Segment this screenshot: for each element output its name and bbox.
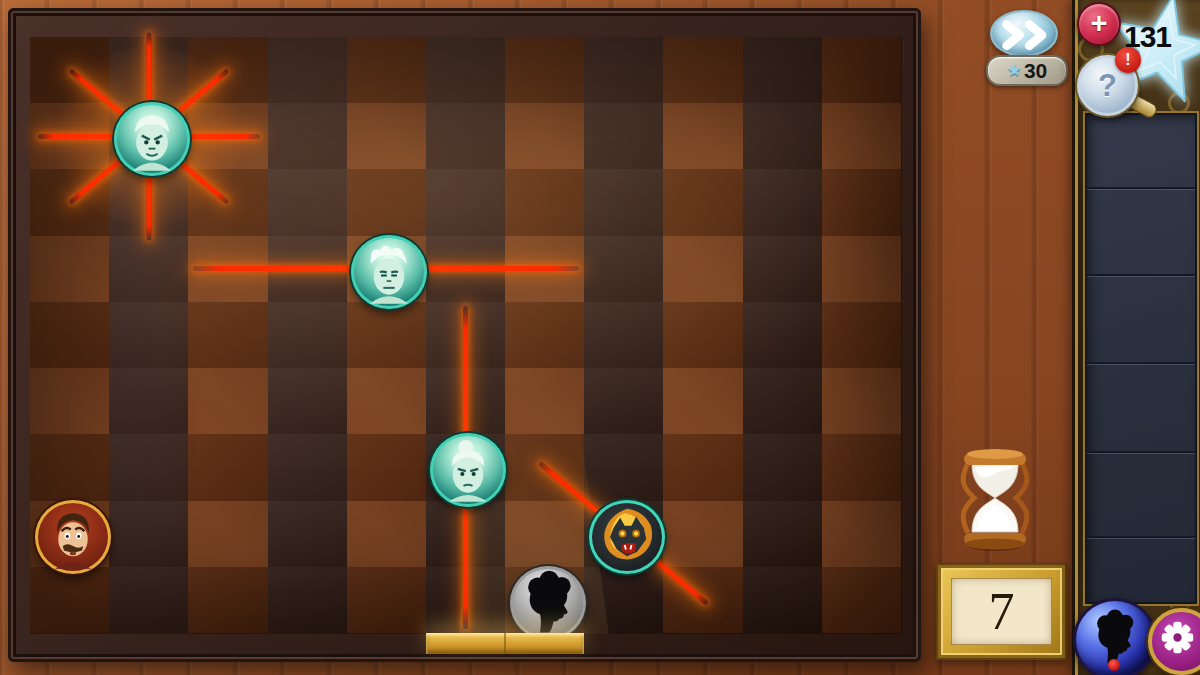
board-cell[interactable] (30, 169, 109, 235)
board-cell[interactable] (743, 501, 822, 567)
board-cell[interactable] (188, 501, 267, 567)
skip-counter-pill: ★ 30 (986, 55, 1068, 86)
board-cell[interactable] (426, 169, 505, 235)
board-cell[interactable] (268, 567, 347, 633)
hourglass-icon (956, 447, 1034, 551)
board-cell[interactable] (268, 368, 347, 434)
board-cell[interactable] (109, 236, 188, 302)
board-cell[interactable] (109, 37, 188, 103)
board-cell[interactable] (188, 434, 267, 500)
question-mark: ? (1098, 68, 1117, 104)
board-cell[interactable] (743, 368, 822, 434)
piece-ghost-man-allseeing (114, 102, 190, 176)
skip-count: 30 (1024, 60, 1047, 81)
board-cell[interactable] (584, 103, 663, 169)
character-button[interactable] (1073, 598, 1157, 675)
board-cell[interactable] (822, 169, 901, 235)
board-cell[interactable] (505, 368, 584, 434)
board-cell[interactable] (505, 169, 584, 235)
board-cell[interactable] (30, 434, 109, 500)
board-cell[interactable] (188, 103, 267, 169)
board-cell[interactable] (109, 302, 188, 368)
board-cell[interactable] (347, 501, 426, 567)
move-counter-frame: 7 (936, 563, 1067, 660)
piece-ghost-woman-vertical (430, 433, 506, 507)
board-cell[interactable] (584, 368, 663, 434)
board-cell[interactable] (505, 302, 584, 368)
board-cell[interactable] (822, 368, 901, 434)
inventory-panel (1085, 113, 1197, 604)
board-cell[interactable] (663, 103, 742, 169)
board-cell[interactable] (822, 236, 901, 302)
plus-icon: + (1091, 9, 1108, 38)
game-screen: ★ 30 7 (0, 0, 1200, 675)
piece-frightened-man (35, 500, 111, 574)
gear-icon (1159, 619, 1196, 656)
board-cell[interactable] (663, 169, 742, 235)
piece-player-silhouette[interactable] (510, 566, 586, 640)
board-cell[interactable] (30, 368, 109, 434)
board-cell[interactable] (743, 103, 822, 169)
board-cell[interactable] (426, 501, 505, 567)
board-cell[interactable] (663, 302, 742, 368)
board-cell[interactable] (426, 103, 505, 169)
piece-ghost-man-horizontal (351, 235, 427, 309)
board-cell[interactable] (268, 302, 347, 368)
board-cell[interactable] (584, 567, 663, 633)
board-cell[interactable] (505, 37, 584, 103)
board-cell[interactable] (109, 169, 188, 235)
board-cell[interactable] (426, 37, 505, 103)
board-cell[interactable] (505, 103, 584, 169)
board-cell[interactable] (426, 368, 505, 434)
board-cell[interactable] (822, 501, 901, 567)
board-cell[interactable] (30, 37, 109, 103)
board-cell[interactable] (30, 302, 109, 368)
move-counter-value: 7 (989, 586, 1015, 638)
board-cell[interactable] (188, 236, 267, 302)
board-cell[interactable] (347, 302, 426, 368)
board-cell[interactable] (584, 302, 663, 368)
board-cell[interactable] (822, 37, 901, 103)
board-cell[interactable] (188, 302, 267, 368)
board-cell[interactable] (505, 434, 584, 500)
board-cell[interactable] (505, 236, 584, 302)
board-cell[interactable] (347, 368, 426, 434)
board-cell[interactable] (109, 368, 188, 434)
board-cell[interactable] (109, 501, 188, 567)
board-cell[interactable] (109, 567, 188, 633)
board-cell[interactable] (663, 37, 742, 103)
exit-slot[interactable] (426, 633, 584, 654)
inventory-slot-divider (1087, 187, 1195, 189)
rose-icon (1108, 659, 1120, 671)
board-cell[interactable] (347, 567, 426, 633)
board-cell[interactable] (505, 501, 584, 567)
board-cell[interactable] (268, 236, 347, 302)
board-cell[interactable] (268, 103, 347, 169)
board-cell[interactable] (188, 37, 267, 103)
board-cell[interactable] (426, 302, 505, 368)
board-cell[interactable] (426, 567, 505, 633)
board-cell[interactable] (188, 368, 267, 434)
board-cell[interactable] (663, 368, 742, 434)
board-cell[interactable] (743, 567, 822, 633)
exclamation-mark: ! (1125, 51, 1130, 69)
add-stars-button[interactable]: + (1077, 2, 1121, 46)
board-cell[interactable] (584, 37, 663, 103)
skip-button[interactable] (990, 10, 1058, 57)
board-cell[interactable] (822, 103, 901, 169)
board-cell[interactable] (426, 236, 505, 302)
board-cell[interactable] (822, 434, 901, 500)
board-cell[interactable] (743, 236, 822, 302)
board-cell[interactable] (584, 434, 663, 500)
board-cell[interactable] (268, 434, 347, 500)
board-cell[interactable] (109, 434, 188, 500)
board-cell[interactable] (743, 169, 822, 235)
board-cell[interactable] (663, 501, 742, 567)
board-cell[interactable] (743, 302, 822, 368)
board-cell[interactable] (584, 169, 663, 235)
board-cell[interactable] (584, 236, 663, 302)
board-cell[interactable] (347, 37, 426, 103)
board-cell[interactable] (663, 434, 742, 500)
hint-button[interactable]: ? ! (1077, 55, 1132, 110)
board-cell[interactable] (822, 302, 901, 368)
board-cell[interactable] (30, 103, 109, 169)
board-cell[interactable] (30, 236, 109, 302)
board-cell[interactable] (268, 501, 347, 567)
piece-hellhound-diagonal (589, 500, 665, 574)
board-cell[interactable] (347, 434, 426, 500)
inventory-slot-divider (1087, 536, 1195, 538)
inventory-slot-divider (1087, 362, 1195, 364)
board-cell[interactable] (188, 169, 267, 235)
board-cell[interactable] (663, 236, 742, 302)
move-counter-paper: 7 (951, 578, 1052, 645)
board-cell[interactable] (188, 567, 267, 633)
star-icon: ★ (1007, 62, 1022, 79)
fast-forward-icon (998, 19, 1056, 51)
board-cell[interactable] (30, 567, 109, 633)
board-cell[interactable] (347, 169, 426, 235)
inventory-slot-divider (1087, 274, 1195, 276)
board-cell[interactable] (347, 103, 426, 169)
board-cell[interactable] (743, 37, 822, 103)
inventory-slot-divider (1087, 451, 1195, 453)
board-cell[interactable] (743, 434, 822, 500)
board-cell[interactable] (268, 169, 347, 235)
board-cell[interactable] (268, 37, 347, 103)
board-cell[interactable] (663, 567, 742, 633)
board-cell[interactable] (822, 567, 901, 633)
notification-badge: ! (1115, 47, 1141, 73)
